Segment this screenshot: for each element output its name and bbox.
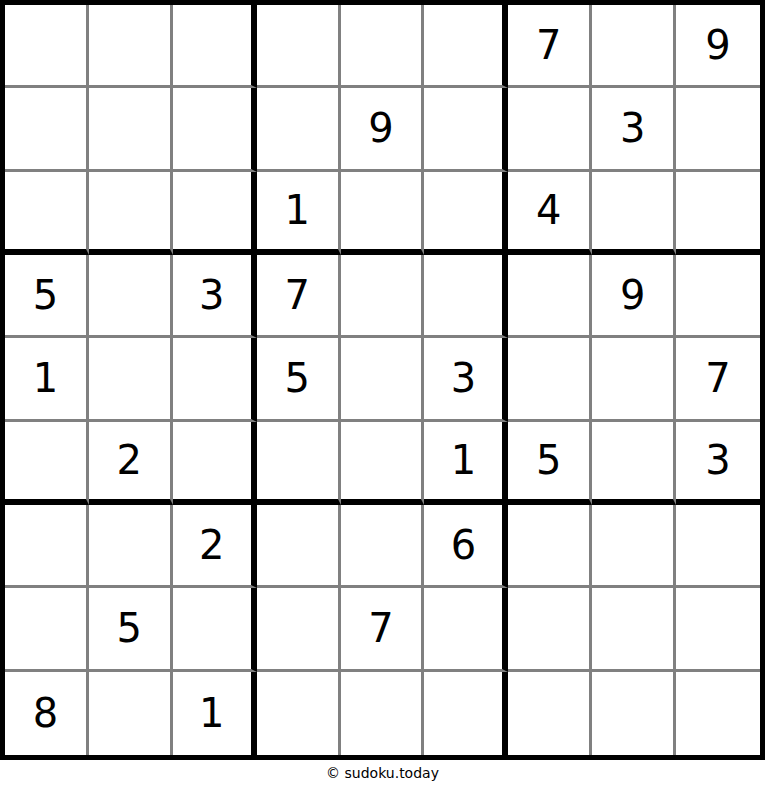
cell-r4c6[interactable]	[424, 255, 508, 338]
cell-r2c3[interactable]	[173, 88, 257, 171]
cell-r2c4[interactable]	[257, 88, 341, 171]
cell-r6c7[interactable]: 5	[508, 422, 592, 505]
cell-r3c9[interactable]	[676, 172, 760, 255]
cell-r7c3[interactable]: 2	[173, 505, 257, 588]
cell-r8c4[interactable]	[257, 588, 341, 671]
cell-r2c7[interactable]	[508, 88, 592, 171]
cell-r8c6[interactable]	[424, 588, 508, 671]
cell-r6c6[interactable]: 1	[424, 422, 508, 505]
cell-r5c2[interactable]	[89, 338, 173, 421]
cell-r3c2[interactable]	[89, 172, 173, 255]
cell-r1c4[interactable]	[257, 5, 341, 88]
cell-r4c1[interactable]: 5	[5, 255, 89, 338]
cell-r7c4[interactable]	[257, 505, 341, 588]
cell-r2c9[interactable]	[676, 88, 760, 171]
cell-r8c3[interactable]	[173, 588, 257, 671]
cell-r9c2[interactable]	[89, 672, 173, 755]
cell-r5c1[interactable]: 1	[5, 338, 89, 421]
cell-r6c4[interactable]	[257, 422, 341, 505]
cell-r5c7[interactable]	[508, 338, 592, 421]
cell-r1c9[interactable]: 9	[676, 5, 760, 88]
cell-r2c1[interactable]	[5, 88, 89, 171]
cell-r3c3[interactable]	[173, 172, 257, 255]
cell-r3c5[interactable]	[341, 172, 425, 255]
cell-r5c4[interactable]: 5	[257, 338, 341, 421]
cell-r5c5[interactable]	[341, 338, 425, 421]
cell-r9c1[interactable]: 8	[5, 672, 89, 755]
cell-r7c8[interactable]	[592, 505, 676, 588]
cell-r1c7[interactable]: 7	[508, 5, 592, 88]
cell-r1c1[interactable]	[5, 5, 89, 88]
cell-r4c8[interactable]: 9	[592, 255, 676, 338]
cell-r1c3[interactable]	[173, 5, 257, 88]
cell-r4c5[interactable]	[341, 255, 425, 338]
cell-r8c7[interactable]	[508, 588, 592, 671]
cell-r1c8[interactable]	[592, 5, 676, 88]
copyright-text: © sudoku.today	[326, 765, 439, 781]
cell-r8c2[interactable]: 5	[89, 588, 173, 671]
cell-r3c1[interactable]	[5, 172, 89, 255]
cell-r9c3[interactable]: 1	[173, 672, 257, 755]
sudoku-board: 799314537915372153265781	[0, 0, 765, 760]
cell-r5c3[interactable]	[173, 338, 257, 421]
cell-r2c5[interactable]: 9	[341, 88, 425, 171]
cell-r8c1[interactable]	[5, 588, 89, 671]
cell-r7c9[interactable]	[676, 505, 760, 588]
cell-r2c6[interactable]	[424, 88, 508, 171]
cell-r4c7[interactable]	[508, 255, 592, 338]
cell-r9c6[interactable]	[424, 672, 508, 755]
cell-r3c8[interactable]	[592, 172, 676, 255]
cell-r7c6[interactable]: 6	[424, 505, 508, 588]
cell-r8c9[interactable]	[676, 588, 760, 671]
cell-r4c2[interactable]	[89, 255, 173, 338]
cell-r1c5[interactable]	[341, 5, 425, 88]
cell-r6c9[interactable]: 3	[676, 422, 760, 505]
cell-r6c3[interactable]	[173, 422, 257, 505]
cell-r7c1[interactable]	[5, 505, 89, 588]
cell-r3c6[interactable]	[424, 172, 508, 255]
cell-r6c2[interactable]: 2	[89, 422, 173, 505]
sudoku-page: 799314537915372153265781 © sudoku.today	[0, 0, 765, 785]
cell-r5c8[interactable]	[592, 338, 676, 421]
footer: © sudoku.today	[0, 760, 765, 785]
cell-r2c8[interactable]: 3	[592, 88, 676, 171]
cell-r9c7[interactable]	[508, 672, 592, 755]
cell-r9c8[interactable]	[592, 672, 676, 755]
cell-r7c2[interactable]	[89, 505, 173, 588]
cell-r8c8[interactable]	[592, 588, 676, 671]
cell-r9c9[interactable]	[676, 672, 760, 755]
cell-r4c3[interactable]: 3	[173, 255, 257, 338]
cell-r1c2[interactable]	[89, 5, 173, 88]
cell-r7c5[interactable]	[341, 505, 425, 588]
cell-r5c6[interactable]: 3	[424, 338, 508, 421]
cell-r2c2[interactable]	[89, 88, 173, 171]
cell-r6c8[interactable]	[592, 422, 676, 505]
cell-r6c1[interactable]	[5, 422, 89, 505]
cell-r5c9[interactable]: 7	[676, 338, 760, 421]
cell-r7c7[interactable]	[508, 505, 592, 588]
cell-r6c5[interactable]	[341, 422, 425, 505]
cell-r4c9[interactable]	[676, 255, 760, 338]
cell-r8c5[interactable]: 7	[341, 588, 425, 671]
cell-r4c4[interactable]: 7	[257, 255, 341, 338]
cell-r9c4[interactable]	[257, 672, 341, 755]
cell-r1c6[interactable]	[424, 5, 508, 88]
cell-r9c5[interactable]	[341, 672, 425, 755]
cell-r3c7[interactable]: 4	[508, 172, 592, 255]
cell-r3c4[interactable]: 1	[257, 172, 341, 255]
